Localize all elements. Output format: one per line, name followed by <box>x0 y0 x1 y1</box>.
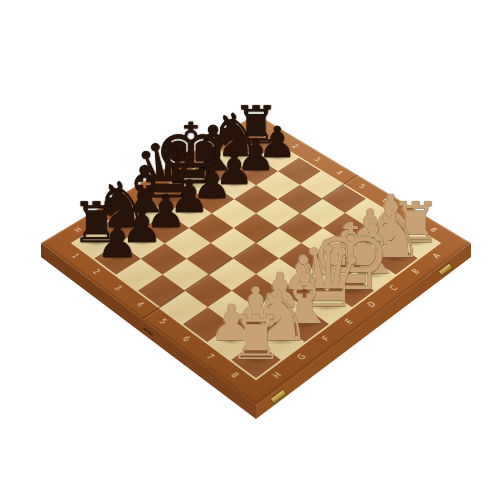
piece-shadow <box>151 195 185 203</box>
coord-rank-top-8: 8 <box>426 225 442 235</box>
coord-rank-top-7: 7 <box>401 210 416 220</box>
coord-rank-bottom-7: 7 <box>201 351 218 363</box>
coord-rank-top-6: 6 <box>378 196 393 206</box>
coord-file-left-G: G <box>95 210 110 220</box>
piece-shadow <box>172 181 209 189</box>
piece-shadow <box>202 197 222 201</box>
piece-shadow <box>107 256 127 261</box>
coord-file-left-B: B <box>210 142 224 151</box>
piece-shadow <box>107 225 135 231</box>
coord-file-left-E: E <box>143 182 158 192</box>
coord-rank-bottom-8: 8 <box>226 369 243 382</box>
piece-shadow <box>245 322 267 327</box>
coord-file-left-A: A <box>231 129 245 138</box>
coord-rank-bottom-1: 1 <box>67 251 83 262</box>
piece-shadow <box>199 168 226 174</box>
coord-rank-top-1: 1 <box>267 129 281 138</box>
coord-rank-top-4: 4 <box>332 168 347 177</box>
coord-rank-bottom-5: 5 <box>154 316 170 328</box>
coord-file-right-D: D <box>364 299 380 310</box>
coord-rank-top-2: 2 <box>288 142 302 151</box>
coord-file-right-F: F <box>318 333 335 345</box>
piece-shadow <box>243 357 270 363</box>
coord-rank-top-5: 5 <box>354 182 369 192</box>
coord-file-right-H: H <box>269 369 286 382</box>
coord-file-right-G: G <box>294 351 311 363</box>
piece-shadow <box>331 286 371 295</box>
piece-shadow <box>156 226 176 231</box>
coord-rank-bottom-4: 4 <box>132 299 148 310</box>
piece-shadow <box>358 271 388 278</box>
coord-rank-bottom-2: 2 <box>88 267 104 278</box>
coord-rank-bottom-3: 3 <box>110 283 126 294</box>
piece-shadow <box>246 169 265 173</box>
coord-file-left-F: F <box>119 196 134 206</box>
coord-rank-bottom-6: 6 <box>178 333 195 345</box>
coord-file-left-D: D <box>166 168 181 177</box>
piece-shadow <box>293 288 314 293</box>
coord-rank-top-3: 3 <box>310 155 325 164</box>
coord-file-left-C: C <box>188 155 203 164</box>
piece-shadow <box>403 240 428 246</box>
coord-file-right-C: C <box>386 283 402 294</box>
piece-shadow <box>380 255 409 261</box>
coord-file-right-A: A <box>429 251 445 262</box>
piece-shadow <box>225 183 244 187</box>
piece-shadow <box>222 155 248 161</box>
piece-shadow <box>84 240 109 246</box>
piece-shadow <box>289 321 320 328</box>
coord-file-right-E: E <box>341 316 357 328</box>
coord-file-right-B: B <box>408 267 424 278</box>
piece-shadow <box>316 272 337 277</box>
coord-file-left-H: H <box>71 225 87 235</box>
chess-set-photo: 11AA22BB33CC44DD55EE66FF77GG88HH ♜♟♞♟♝♟♚… <box>0 0 500 500</box>
piece-shadow <box>269 305 290 310</box>
piece-shadow <box>268 156 287 160</box>
piece-shadow <box>338 256 358 261</box>
